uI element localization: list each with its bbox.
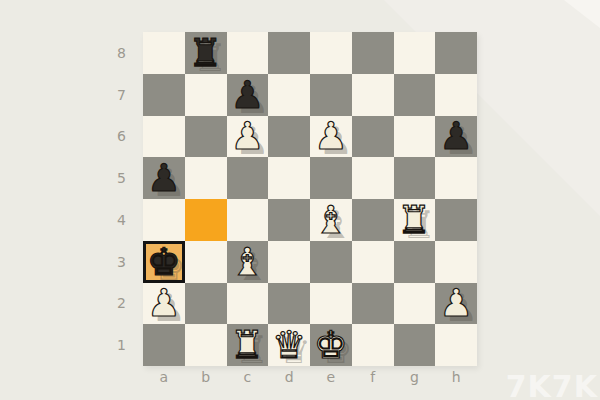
square-e1[interactable]: ♚ bbox=[310, 324, 352, 366]
square-e5[interactable] bbox=[310, 157, 352, 199]
rank-label-2: 2 bbox=[98, 283, 134, 325]
square-a8[interactable] bbox=[143, 32, 185, 74]
square-b8[interactable]: ♜ bbox=[185, 32, 227, 74]
square-b2[interactable] bbox=[185, 283, 227, 325]
piece-black-pawn[interactable]: ♟ bbox=[439, 117, 473, 155]
piece-white-pawn[interactable]: ♟ bbox=[147, 284, 181, 322]
square-e8[interactable] bbox=[310, 32, 352, 74]
file-label-h: h bbox=[435, 366, 477, 388]
square-a7[interactable] bbox=[143, 74, 185, 116]
square-b3[interactable] bbox=[185, 241, 227, 283]
square-g7[interactable] bbox=[394, 74, 436, 116]
square-e2[interactable] bbox=[310, 283, 352, 325]
square-f6[interactable] bbox=[352, 116, 394, 158]
file-label-a: a bbox=[143, 366, 185, 388]
piece-white-pawn[interactable]: ♟ bbox=[439, 284, 473, 322]
square-d5[interactable] bbox=[268, 157, 310, 199]
file-label-g: g bbox=[394, 366, 436, 388]
square-g6[interactable] bbox=[394, 116, 436, 158]
square-d4[interactable] bbox=[268, 199, 310, 241]
piece-white-pawn[interactable]: ♟ bbox=[230, 117, 264, 155]
square-h8[interactable] bbox=[435, 32, 477, 74]
file-label-f: f bbox=[352, 366, 394, 388]
square-f3[interactable] bbox=[352, 241, 394, 283]
square-a4[interactable] bbox=[143, 199, 185, 241]
square-d1[interactable]: ♛ bbox=[268, 324, 310, 366]
rank-label-6: 6 bbox=[98, 116, 134, 158]
square-d6[interactable] bbox=[268, 116, 310, 158]
square-f2[interactable] bbox=[352, 283, 394, 325]
file-label-b: b bbox=[185, 366, 227, 388]
piece-white-bishop[interactable]: ♝ bbox=[314, 201, 348, 239]
square-b7[interactable] bbox=[185, 74, 227, 116]
piece-black-rook[interactable]: ♜ bbox=[189, 34, 223, 72]
square-f5[interactable] bbox=[352, 157, 394, 199]
square-c3[interactable]: ♝ bbox=[227, 241, 269, 283]
piece-white-queen[interactable]: ♛ bbox=[272, 326, 306, 364]
square-h5[interactable] bbox=[435, 157, 477, 199]
square-a2[interactable]: ♟ bbox=[143, 283, 185, 325]
file-label-c: c bbox=[227, 366, 269, 388]
square-f1[interactable] bbox=[352, 324, 394, 366]
square-e6[interactable]: ♟ bbox=[310, 116, 352, 158]
square-c7[interactable]: ♟ bbox=[227, 74, 269, 116]
square-h2[interactable]: ♟ bbox=[435, 283, 477, 325]
square-g2[interactable] bbox=[394, 283, 436, 325]
square-c4[interactable] bbox=[227, 199, 269, 241]
square-h4[interactable] bbox=[435, 199, 477, 241]
square-a5[interactable]: ♟ bbox=[143, 157, 185, 199]
square-d8[interactable] bbox=[268, 32, 310, 74]
square-e3[interactable] bbox=[310, 241, 352, 283]
square-f8[interactable] bbox=[352, 32, 394, 74]
square-g3[interactable] bbox=[394, 241, 436, 283]
rank-label-8: 8 bbox=[98, 32, 134, 74]
square-c2[interactable] bbox=[227, 283, 269, 325]
square-g4[interactable]: ♜ bbox=[394, 199, 436, 241]
piece-black-pawn[interactable]: ♟ bbox=[230, 76, 264, 114]
piece-white-pawn[interactable]: ♟ bbox=[314, 117, 348, 155]
site-watermark: 7K7K bbox=[506, 369, 598, 400]
square-c8[interactable] bbox=[227, 32, 269, 74]
square-b6[interactable] bbox=[185, 116, 227, 158]
square-d2[interactable] bbox=[268, 283, 310, 325]
piece-white-bishop[interactable]: ♝ bbox=[230, 243, 264, 281]
rank-label-4: 4 bbox=[98, 199, 134, 241]
square-h3[interactable] bbox=[435, 241, 477, 283]
square-b1[interactable] bbox=[185, 324, 227, 366]
piece-black-pawn[interactable]: ♟ bbox=[147, 159, 181, 197]
piece-white-rook[interactable]: ♜ bbox=[230, 326, 264, 364]
square-b5[interactable] bbox=[185, 157, 227, 199]
square-a1[interactable] bbox=[143, 324, 185, 366]
square-h1[interactable] bbox=[435, 324, 477, 366]
rank-labels: 87654321 bbox=[98, 32, 134, 366]
square-c6[interactable]: ♟ bbox=[227, 116, 269, 158]
file-label-e: e bbox=[310, 366, 352, 388]
square-d7[interactable] bbox=[268, 74, 310, 116]
square-g5[interactable] bbox=[394, 157, 436, 199]
rank-label-7: 7 bbox=[98, 74, 134, 116]
file-labels: abcdefgh bbox=[143, 366, 477, 388]
square-a6[interactable] bbox=[143, 116, 185, 158]
file-label-d: d bbox=[268, 366, 310, 388]
square-c1[interactable]: ♜ bbox=[227, 324, 269, 366]
square-a3[interactable]: ♚ bbox=[143, 241, 185, 283]
rank-label-3: 3 bbox=[98, 241, 134, 283]
square-f4[interactable] bbox=[352, 199, 394, 241]
square-e4[interactable]: ♝ bbox=[310, 199, 352, 241]
piece-white-rook[interactable]: ♜ bbox=[397, 201, 431, 239]
square-e7[interactable] bbox=[310, 74, 352, 116]
square-c5[interactable] bbox=[227, 157, 269, 199]
square-g1[interactable] bbox=[394, 324, 436, 366]
square-g8[interactable] bbox=[394, 32, 436, 74]
rank-label-1: 1 bbox=[98, 324, 134, 366]
chess-board: ♜♟♟♟♟♟♝♜♚♝♟♟♜♛♚ bbox=[143, 32, 477, 366]
square-d3[interactable] bbox=[268, 241, 310, 283]
square-b4[interactable] bbox=[185, 199, 227, 241]
square-f7[interactable] bbox=[352, 74, 394, 116]
square-h6[interactable]: ♟ bbox=[435, 116, 477, 158]
rank-label-5: 5 bbox=[98, 157, 134, 199]
piece-black-king[interactable]: ♚ bbox=[147, 243, 181, 281]
piece-white-king[interactable]: ♚ bbox=[314, 326, 348, 364]
game-screen: 87654321 ♜♟♟♟♟♟♝♜♚♝♟♟♜♛♚ abcdefgh 7K7K bbox=[0, 0, 600, 400]
square-h7[interactable] bbox=[435, 74, 477, 116]
